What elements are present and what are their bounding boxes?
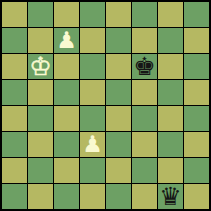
square-f5[interactable] [132, 80, 157, 105]
square-e4[interactable] [106, 106, 131, 131]
square-b8[interactable] [28, 2, 53, 27]
square-c8[interactable] [54, 2, 79, 27]
square-c3[interactable] [54, 132, 79, 157]
square-a1[interactable] [2, 184, 27, 209]
square-b4[interactable] [28, 106, 53, 131]
square-a8[interactable] [2, 2, 27, 27]
square-b6[interactable]: ♔ [28, 54, 53, 79]
square-e5[interactable] [106, 80, 131, 105]
square-d3[interactable]: ♟ [80, 132, 105, 157]
white-pawn-d3[interactable]: ♟ [82, 132, 103, 157]
square-h3[interactable] [184, 132, 209, 157]
square-h4[interactable] [184, 106, 209, 131]
square-b2[interactable] [28, 158, 53, 183]
square-a4[interactable] [2, 106, 27, 131]
square-b5[interactable] [28, 80, 53, 105]
square-c2[interactable] [54, 158, 79, 183]
square-c1[interactable] [54, 184, 79, 209]
square-c5[interactable] [54, 80, 79, 105]
square-b3[interactable] [28, 132, 53, 157]
square-h1[interactable] [184, 184, 209, 209]
black-queen-g1[interactable]: ♛ [159, 184, 181, 209]
square-g8[interactable] [158, 2, 183, 27]
white-king-b6[interactable]: ♔ [29, 54, 51, 79]
square-d8[interactable] [80, 2, 105, 27]
square-a6[interactable] [2, 54, 27, 79]
square-f6[interactable]: ♚ [132, 54, 157, 79]
square-f8[interactable] [132, 2, 157, 27]
square-g7[interactable] [158, 28, 183, 53]
square-g6[interactable] [158, 54, 183, 79]
square-d1[interactable] [80, 184, 105, 209]
square-h7[interactable] [184, 28, 209, 53]
square-d5[interactable] [80, 80, 105, 105]
square-b7[interactable] [28, 28, 53, 53]
square-f4[interactable] [132, 106, 157, 131]
square-a7[interactable] [2, 28, 27, 53]
white-pawn-c7[interactable]: ♟ [56, 28, 77, 53]
square-a3[interactable] [2, 132, 27, 157]
square-b1[interactable] [28, 184, 53, 209]
square-d6[interactable] [80, 54, 105, 79]
square-d7[interactable] [80, 28, 105, 53]
square-f7[interactable] [132, 28, 157, 53]
square-e6[interactable] [106, 54, 131, 79]
square-f1[interactable] [132, 184, 157, 209]
chess-board-frame: ♟♔♚♟♛ [0, 0, 211, 211]
square-d2[interactable] [80, 158, 105, 183]
square-g2[interactable] [158, 158, 183, 183]
black-king-f6[interactable]: ♚ [133, 54, 155, 79]
square-h2[interactable] [184, 158, 209, 183]
square-h8[interactable] [184, 2, 209, 27]
square-c7[interactable]: ♟ [54, 28, 79, 53]
square-e3[interactable] [106, 132, 131, 157]
square-e7[interactable] [106, 28, 131, 53]
square-f3[interactable] [132, 132, 157, 157]
square-g3[interactable] [158, 132, 183, 157]
chess-board: ♟♔♚♟♛ [2, 2, 209, 209]
square-e2[interactable] [106, 158, 131, 183]
square-a2[interactable] [2, 158, 27, 183]
square-h5[interactable] [184, 80, 209, 105]
square-g5[interactable] [158, 80, 183, 105]
square-d4[interactable] [80, 106, 105, 131]
square-g1[interactable]: ♛ [158, 184, 183, 209]
square-c6[interactable] [54, 54, 79, 79]
square-c4[interactable] [54, 106, 79, 131]
square-h6[interactable] [184, 54, 209, 79]
square-a5[interactable] [2, 80, 27, 105]
square-e1[interactable] [106, 184, 131, 209]
square-g4[interactable] [158, 106, 183, 131]
square-f2[interactable] [132, 158, 157, 183]
square-e8[interactable] [106, 2, 131, 27]
